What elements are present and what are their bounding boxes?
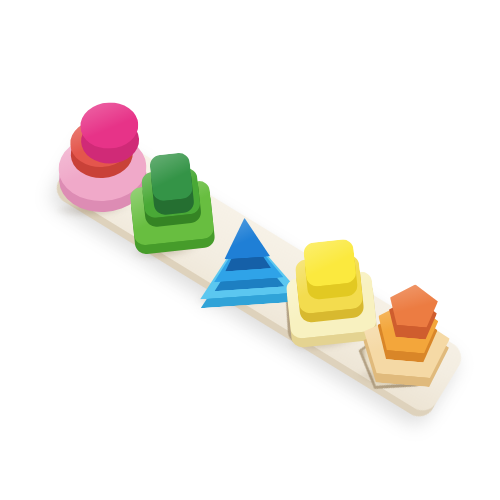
stack-orange-pentagons [358, 280, 458, 388]
piece-top-face [149, 152, 194, 202]
dark-green-square-small [149, 152, 194, 202]
product-photo-shape-sorter-toy [0, 0, 500, 500]
dark-orange-pentagon-small [388, 282, 439, 328]
magenta-circle-small [79, 101, 139, 150]
royal-blue-triangle-small [222, 216, 271, 259]
piece-top-face [222, 216, 271, 259]
bright-yellow-square-small [303, 238, 357, 287]
piece-top-face [303, 238, 357, 287]
